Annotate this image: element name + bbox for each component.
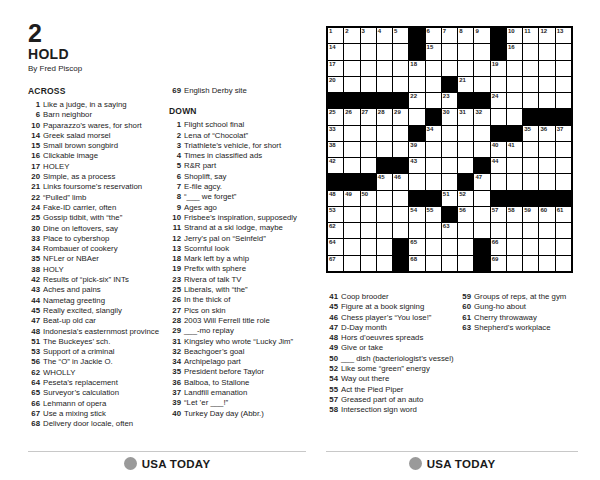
cell-r8c13[interactable]: [523, 142, 538, 157]
clue-text: Lehmann of opera: [43, 399, 106, 408]
cell-r2c14[interactable]: [539, 44, 554, 59]
clue-text: Jerry’s pal on “Seinfeld”: [184, 234, 266, 243]
cell-r10c15[interactable]: [556, 174, 571, 189]
clue-38: 38HOLY: [28, 265, 169, 275]
cell-r13c10[interactable]: [474, 223, 489, 238]
cell-r10c10[interactable]: 47: [474, 174, 489, 189]
clue-number: 6: [28, 110, 40, 120]
cell-r12c6[interactable]: 54: [409, 207, 424, 222]
cell-r1c12[interactable]: 10: [507, 28, 522, 43]
clue-text: HOLEY: [43, 162, 69, 171]
clue-number: 44: [28, 296, 40, 306]
cell-r5c12[interactable]: [507, 93, 522, 108]
clue-text: “___ we forget”: [184, 192, 236, 201]
cell-r15c12[interactable]: [507, 256, 522, 271]
black-square: [474, 239, 489, 254]
cell-r14c11[interactable]: 66: [491, 239, 506, 254]
cell-r12c13[interactable]: 59: [523, 207, 538, 222]
cell-number: 32: [475, 109, 482, 115]
cell-r2c5[interactable]: [393, 44, 408, 59]
cell-number: 46: [394, 174, 401, 180]
clue-25: 25Liberals, with “the”: [169, 285, 306, 295]
cell-r10c14[interactable]: [539, 174, 554, 189]
cell-r9c12[interactable]: [507, 158, 522, 173]
cell-r1c5[interactable]: 5: [393, 28, 408, 43]
cell-r1c10[interactable]: 9: [474, 28, 489, 43]
cell-number: 23: [443, 93, 450, 99]
cell-r4c6[interactable]: [409, 77, 424, 92]
cell-r4c12[interactable]: [507, 77, 522, 92]
cell-r11c8[interactable]: 51: [442, 191, 457, 206]
cell-r13c13[interactable]: [523, 223, 538, 238]
cell-r14c14[interactable]: [539, 239, 554, 254]
cell-r10c12[interactable]: [507, 174, 522, 189]
cell-number: 59: [524, 207, 531, 213]
cell-r6c9[interactable]: 31: [458, 109, 473, 124]
clue-text: The “O” in Jackie O.: [43, 357, 113, 366]
clue-text: Frisbee’s inspiration, supposedly: [184, 213, 297, 222]
cell-r6c6[interactable]: [409, 109, 424, 124]
cell-r13c9[interactable]: [458, 223, 473, 238]
black-square: [491, 28, 506, 43]
clue-number: 14: [28, 131, 40, 141]
clue-text: ___-mo replay: [184, 326, 234, 335]
clue-number: 38: [28, 265, 40, 275]
cell-r3c15[interactable]: [556, 61, 571, 76]
cell-r4c7[interactable]: [426, 77, 441, 92]
cell-r13c6[interactable]: [409, 223, 424, 238]
cell-r15c3[interactable]: [361, 256, 376, 271]
clue-number: 31: [169, 337, 181, 347]
usatoday-wordmark: USA TODAY: [142, 458, 211, 470]
clue-text: Give or take: [341, 343, 383, 352]
cell-r10c6[interactable]: [409, 174, 424, 189]
cell-r3c6[interactable]: 18: [409, 61, 424, 76]
cell-r12c11[interactable]: 57: [491, 207, 506, 222]
clue-10: 10Paparazzo’s wares, for short: [28, 121, 169, 131]
cell-r8c15[interactable]: [556, 142, 571, 157]
cell-r13c4[interactable]: [377, 223, 392, 238]
cell-r11c1[interactable]: 48: [328, 191, 343, 206]
cell-r6c4[interactable]: 28: [377, 109, 392, 124]
clue-48: 48Indonesia’s easternmost province: [28, 327, 169, 337]
clue-57: 57Greased part of an auto: [326, 395, 459, 405]
cell-r9c9[interactable]: [458, 158, 473, 173]
cell-number: 12: [540, 28, 547, 34]
cell-r14c13[interactable]: [523, 239, 538, 254]
cell-r1c7[interactable]: 6: [426, 28, 441, 43]
cell-number: 25: [329, 109, 336, 115]
clue-number: 62: [28, 368, 40, 378]
cell-r9c14[interactable]: [539, 158, 554, 173]
cell-r3c13[interactable]: [523, 61, 538, 76]
cell-r7c9[interactable]: [458, 126, 473, 141]
cell-r6c10[interactable]: 32: [474, 109, 489, 124]
cell-number: 3: [362, 28, 365, 34]
cell-r14c3[interactable]: [361, 239, 376, 254]
cell-r12c5[interactable]: [393, 207, 408, 222]
cell-r6c1[interactable]: 25: [328, 109, 343, 124]
cell-r13c1[interactable]: 62: [328, 223, 343, 238]
clue-35: 35President before Taylor: [169, 367, 306, 377]
clue-30: 30Dine on leftovers, say: [28, 224, 169, 234]
cell-r11c3[interactable]: 50: [361, 191, 376, 206]
cell-r13c8[interactable]: 63: [442, 223, 457, 238]
clue-text: Act the Pied Piper: [341, 385, 403, 394]
cell-r2c12[interactable]: 16: [507, 44, 522, 59]
cell-r10c8[interactable]: [442, 174, 457, 189]
clue-number: 1: [28, 100, 40, 110]
cell-r4c4[interactable]: [377, 77, 392, 92]
clue-20: 20Simple, as a process: [28, 172, 169, 182]
cell-r10c13[interactable]: [523, 174, 538, 189]
cell-number: 37: [557, 126, 564, 132]
cell-r7c3[interactable]: [361, 126, 376, 141]
cell-number: 14: [329, 44, 336, 50]
clue-25: 25Gossip tidbit, with “the”: [28, 213, 169, 223]
clue-36: 36Balboa, to Stallone: [169, 378, 306, 388]
cell-r7c10[interactable]: [474, 126, 489, 141]
cell-r3c3[interactable]: [361, 61, 376, 76]
clue-number: 18: [169, 254, 181, 264]
cell-r9c8[interactable]: [442, 158, 457, 173]
cell-r4c2[interactable]: [344, 77, 359, 92]
clue-text: D-Day month: [341, 323, 387, 332]
cell-r14c2[interactable]: [344, 239, 359, 254]
cell-r14c7[interactable]: [426, 239, 441, 254]
cell-r1c15[interactable]: 13: [556, 28, 571, 43]
cell-r12c4[interactable]: [377, 207, 392, 222]
clue-number: 69: [169, 86, 181, 96]
cell-r5c6[interactable]: 22: [409, 93, 424, 108]
clue-number: 41: [326, 292, 338, 302]
cell-r13c3[interactable]: [361, 223, 376, 238]
cell-r14c4[interactable]: [377, 239, 392, 254]
clue-45: 45Figure at a book signing: [326, 302, 459, 312]
cell-r14c9[interactable]: [458, 239, 473, 254]
cell-r15c9[interactable]: [458, 256, 473, 271]
cell-r14c1[interactable]: 64: [328, 239, 343, 254]
clue-text: Scornful look: [184, 244, 229, 253]
cell-r11c9[interactable]: 52: [458, 191, 473, 206]
cell-r6c8[interactable]: 30: [442, 109, 457, 124]
clue-9: 9Ages ago: [169, 203, 306, 213]
cell-r4c3[interactable]: [361, 77, 376, 92]
cell-r3c1[interactable]: 17: [328, 61, 343, 76]
cell-r13c7[interactable]: [426, 223, 441, 238]
cell-r8c14[interactable]: [539, 142, 554, 157]
clue-15: 15Small brown songbird: [28, 141, 169, 151]
cell-r15c15[interactable]: [556, 256, 571, 271]
cell-r15c8[interactable]: [442, 256, 457, 271]
cell-r10c11[interactable]: [491, 174, 506, 189]
cell-r4c13[interactable]: [523, 77, 538, 92]
clue-number: 11: [169, 223, 181, 233]
cell-r2c13[interactable]: [523, 44, 538, 59]
black-square: [393, 93, 408, 108]
cell-r2c9[interactable]: [458, 44, 473, 59]
puzzle-header: 2 HOLD By Fred Piscop: [28, 22, 306, 73]
clue-number: 54: [326, 374, 338, 384]
black-square: [409, 28, 424, 43]
cell-r1c8[interactable]: 7: [442, 28, 457, 43]
cell-r15c6[interactable]: 68: [409, 256, 424, 271]
cell-r7c15[interactable]: 37: [556, 126, 571, 141]
cell-r7c13[interactable]: 35: [523, 126, 538, 141]
cell-r5c15[interactable]: [556, 93, 571, 108]
cell-r2c2[interactable]: [344, 44, 359, 59]
cell-r14c12[interactable]: [507, 239, 522, 254]
cell-r9c2[interactable]: [344, 158, 359, 173]
cell-r4c1[interactable]: 20: [328, 77, 343, 92]
cell-r8c10[interactable]: [474, 142, 489, 157]
cell-r8c12[interactable]: 41: [507, 142, 522, 157]
cell-r12c12[interactable]: 58: [507, 207, 522, 222]
cell-r5c11[interactable]: 24: [491, 93, 506, 108]
black-square: [409, 44, 424, 59]
clue-text: Coop brooder: [341, 292, 389, 301]
cell-r3c2[interactable]: [344, 61, 359, 76]
cell-number: 40: [492, 142, 499, 148]
cell-r12c1[interactable]: 53: [328, 207, 343, 222]
black-square: [393, 158, 408, 173]
cell-r3c11[interactable]: 19: [491, 61, 506, 76]
cell-r3c10[interactable]: [474, 61, 489, 76]
cell-r7c7[interactable]: 34: [426, 126, 441, 141]
clue-number: 26: [169, 295, 181, 305]
clue-text: R&R part: [184, 161, 216, 170]
cell-number: 29: [394, 109, 401, 115]
clue-text: Nametag greeting: [43, 296, 105, 305]
cell-r2c10[interactable]: [474, 44, 489, 59]
clue-text: Greased part of an auto: [341, 395, 423, 404]
cell-r10c5[interactable]: 46: [393, 174, 408, 189]
cell-r14c15[interactable]: [556, 239, 571, 254]
cell-number: 1: [329, 28, 332, 34]
cell-r11c4[interactable]: [377, 191, 392, 206]
cell-r7c8[interactable]: [442, 126, 457, 141]
clue-48: 48Hors d’oeuvres spreads: [326, 333, 459, 343]
clue-3: 3Triathlete’s vehicle, for short: [169, 141, 306, 151]
cell-r8c3[interactable]: [361, 142, 376, 157]
cell-r3c4[interactable]: [377, 61, 392, 76]
cell-r1c4[interactable]: 4: [377, 28, 392, 43]
clue-number: 25: [28, 213, 40, 223]
cell-r3c5[interactable]: [393, 61, 408, 76]
cell-r9c1[interactable]: 42: [328, 158, 343, 173]
cell-r1c1[interactable]: 1: [328, 28, 343, 43]
cell-r15c13[interactable]: [523, 256, 538, 271]
cell-r6c11[interactable]: [491, 109, 506, 124]
clue-number: 32: [169, 347, 181, 357]
cell-r7c4[interactable]: [377, 126, 392, 141]
cell-r8c9[interactable]: [458, 142, 473, 157]
cell-r1c14[interactable]: 12: [539, 28, 554, 43]
cell-r5c7[interactable]: [426, 93, 441, 108]
clue-21: 21Links foursome’s reservation: [28, 182, 169, 192]
clue-text: Indonesia’s easternmost province: [43, 327, 159, 336]
black-square: [556, 109, 571, 124]
clue-text: Times in classified ads: [184, 151, 262, 160]
cell-r12c15[interactable]: 61: [556, 207, 571, 222]
cell-r3c12[interactable]: [507, 61, 522, 76]
cell-r6c3[interactable]: 27: [361, 109, 376, 124]
cell-r5c14[interactable]: [539, 93, 554, 108]
cell-r12c2[interactable]: [344, 207, 359, 222]
cell-r6c5[interactable]: 29: [393, 109, 408, 124]
black-square: [442, 77, 457, 92]
cell-r7c2[interactable]: [344, 126, 359, 141]
cell-r2c15[interactable]: [556, 44, 571, 59]
cell-r15c1[interactable]: 67: [328, 256, 343, 271]
clue-number: 45: [326, 302, 338, 312]
cell-r2c3[interactable]: [361, 44, 376, 59]
clue-text: Strand at a ski lodge, maybe: [184, 223, 283, 232]
cell-r5c13[interactable]: [523, 93, 538, 108]
cell-r8c11[interactable]: 40: [491, 142, 506, 157]
cell-r3c9[interactable]: [458, 61, 473, 76]
clue-number: 7: [169, 182, 181, 192]
clue-number: 27: [169, 306, 181, 316]
cell-r3c7[interactable]: [426, 61, 441, 76]
cell-r14c8[interactable]: [442, 239, 457, 254]
clue-text: 2003 Will Ferrell title role: [184, 316, 270, 325]
cell-r2c4[interactable]: [377, 44, 392, 59]
cell-r4c14[interactable]: [539, 77, 554, 92]
cell-r13c2[interactable]: [344, 223, 359, 238]
down-column: 69English Derby site DOWN 1Flight school…: [169, 86, 306, 430]
clue-1: 1Flight school final: [169, 120, 306, 130]
cell-r15c4[interactable]: [377, 256, 392, 271]
cell-r3c8[interactable]: [442, 61, 457, 76]
cell-r15c2[interactable]: [344, 256, 359, 271]
cell-r8c7[interactable]: [426, 142, 441, 157]
clue-68: 68Delivery door locale, often: [28, 419, 169, 429]
cell-r9c11[interactable]: 44: [491, 158, 506, 173]
cell-r13c5[interactable]: [393, 223, 408, 238]
cell-r1c3[interactable]: 3: [361, 28, 376, 43]
cell-r9c6[interactable]: 43: [409, 158, 424, 173]
clue-number: 47: [326, 323, 338, 333]
cell-r11c5[interactable]: [393, 191, 408, 206]
cell-r2c8[interactable]: [442, 44, 457, 59]
cell-r8c8[interactable]: [442, 142, 457, 157]
clue-7: 7E-file agcy.: [169, 182, 306, 192]
clue-60: 60Gung-ho about: [459, 302, 578, 312]
cell-r1c9[interactable]: 8: [458, 28, 473, 43]
cell-r12c14[interactable]: 60: [539, 207, 554, 222]
cell-r9c7[interactable]: [426, 158, 441, 173]
cell-r6c12[interactable]: [507, 109, 522, 124]
clue-number: 13: [169, 244, 181, 254]
cell-r4c9[interactable]: 21: [458, 77, 473, 92]
cell-r10c7[interactable]: [426, 174, 441, 189]
cell-r14c6[interactable]: 65: [409, 239, 424, 254]
cell-r11c10[interactable]: [474, 191, 489, 206]
cell-r13c14[interactable]: [539, 223, 554, 238]
clue-number: 4: [169, 151, 181, 161]
puzzle-title: HOLD: [28, 46, 306, 62]
cell-r6c2[interactable]: 26: [344, 109, 359, 124]
cell-r7c14[interactable]: 36: [539, 126, 554, 141]
cell-r7c5[interactable]: [393, 126, 408, 141]
cell-r1c2[interactable]: 2: [344, 28, 359, 43]
cell-r15c14[interactable]: [539, 256, 554, 271]
clue-number: 58: [326, 405, 338, 415]
cell-r9c13[interactable]: [523, 158, 538, 173]
cell-r8c5[interactable]: [393, 142, 408, 157]
cell-number: 64: [329, 239, 336, 245]
cell-r10c4[interactable]: 45: [377, 174, 392, 189]
clue-text: The Buckeyes’ sch.: [43, 337, 110, 346]
black-square: [377, 158, 392, 173]
cell-r12c9[interactable]: 56: [458, 207, 473, 222]
clue-text: Clickable image: [43, 151, 98, 160]
cell-number: 34: [427, 126, 434, 132]
cell-r7c1[interactable]: 33: [328, 126, 343, 141]
black-square: [474, 93, 489, 108]
cell-r13c15[interactable]: [556, 223, 571, 238]
cell-r11c2[interactable]: 49: [344, 191, 359, 206]
cell-r12c7[interactable]: 55: [426, 207, 441, 222]
cell-r13c12[interactable]: [507, 223, 522, 238]
cell-r15c11[interactable]: 69: [491, 256, 506, 271]
cell-r13c11[interactable]: [491, 223, 506, 238]
cell-r4c11[interactable]: [491, 77, 506, 92]
across-clues-list: 1Like a judge, in a saying6Barn neighbor…: [28, 100, 169, 430]
cell-r12c3[interactable]: [361, 207, 376, 222]
down-clues-list-3: 59Groups of reps, at the gym60Gung-ho ab…: [459, 292, 578, 333]
cell-r1c13[interactable]: 11: [523, 28, 538, 43]
clue-text: Liberals, with “the”: [184, 285, 248, 294]
cell-r2c1[interactable]: 14: [328, 44, 343, 59]
cell-number: 31: [459, 109, 466, 115]
cell-number: 19: [492, 61, 499, 67]
black-square: [458, 93, 473, 108]
clue-text: HOLY: [43, 265, 64, 274]
cell-r8c1[interactable]: 38: [328, 142, 343, 157]
clue-22: 22“Pulled” limb: [28, 193, 169, 203]
cell-r9c15[interactable]: [556, 158, 571, 173]
black-square: [393, 256, 408, 271]
cell-r4c15[interactable]: [556, 77, 571, 92]
cell-r8c4[interactable]: [377, 142, 392, 157]
clue-18: 18Mark left by a whip: [169, 254, 306, 264]
cell-r2c7[interactable]: 15: [426, 44, 441, 59]
cell-r8c2[interactable]: [344, 142, 359, 157]
clue-number: 1: [169, 120, 181, 130]
cell-r9c3[interactable]: [361, 158, 376, 173]
cell-number: 9: [475, 28, 478, 34]
across-overflow-list: 69English Derby site: [169, 86, 306, 96]
clue-39: 39“Let ’er ___!”: [169, 398, 306, 408]
cell-r3c14[interactable]: [539, 61, 554, 76]
cell-number: 44: [492, 158, 499, 164]
cell-r8c6[interactable]: 39: [409, 142, 424, 157]
cell-r4c5[interactable]: [393, 77, 408, 92]
cell-number: 68: [410, 256, 417, 262]
cell-r12c10[interactable]: [474, 207, 489, 222]
cell-number: 56: [459, 207, 466, 213]
cell-r15c7[interactable]: [426, 256, 441, 271]
cell-r5c8[interactable]: 23: [442, 93, 457, 108]
clue-text: Support of a criminal: [43, 347, 115, 356]
black-square: [328, 174, 343, 189]
clue-columns-left: ACROSS 1Like a judge, in a saying6Barn n…: [28, 86, 306, 430]
cell-r4c10[interactable]: [474, 77, 489, 92]
cell-number: 17: [329, 61, 336, 67]
clue-28: 282003 Will Ferrell title role: [169, 316, 306, 326]
